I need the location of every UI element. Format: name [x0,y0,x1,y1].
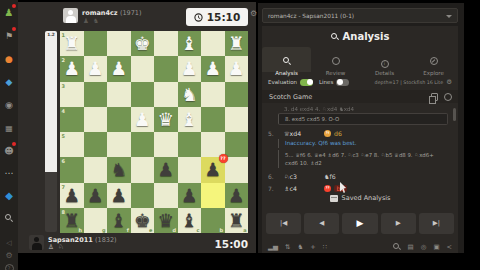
piece-white-pawn: ♟ [84,56,108,81]
tab-details[interactable]: iDetails [360,47,409,72]
piece-black-pawn: ♟ [107,183,131,208]
square-d3[interactable] [154,82,178,107]
sidebar-search-icon[interactable] [3,211,15,223]
top-clock-time: 15:10 [207,11,240,23]
piece-white-king: ♚ [131,31,155,56]
chevron-down-icon [446,15,452,18]
square-b7[interactable] [201,183,225,208]
sidebar-more-icon[interactable]: ⋯ [3,165,15,177]
flip-board-icon[interactable]: ⇅ [285,242,290,252]
piece-black-rook: ♜ [60,208,84,233]
white-move[interactable]: ♗c4 [284,185,324,192]
evaluation-label: Evaluation [268,79,297,85]
sidebar-social-icon-glyph: ☻ [4,145,13,157]
rank-label: 6 [62,158,65,164]
square-a5[interactable] [225,132,249,157]
share-icon[interactable]: < [447,242,452,252]
top-player-name[interactable]: roman4cz (1971) [82,9,142,17]
square-g1[interactable] [84,31,108,56]
saved-analysis-label: Saved Analysis [342,194,391,202]
panel-title: Analysis [262,31,458,42]
square-h5[interactable]: 5 [60,132,84,157]
bottom-player-clock: 15:00 [198,236,248,252]
square-a7[interactable]: ♟ [225,183,249,208]
square-e8[interactable]: e♚ [131,208,155,233]
square-c4[interactable]: ♝ [178,107,202,132]
piece-white-pawn: ♟ [107,56,131,81]
top-player-rating: (1971) [120,9,142,17]
game-select-dropdown[interactable]: roman4cz - Sapsan2011 (0-1) [262,8,458,23]
square-a6[interactable] [225,157,249,182]
square-h7[interactable]: 7♟ [60,183,84,208]
nav-first-button[interactable]: |◀ [266,213,301,234]
sidebar-puzzles-icon[interactable]: ● [3,51,15,63]
square-c6[interactable] [178,157,202,182]
move-number: 5. [268,130,284,137]
square-f3[interactable] [107,82,131,107]
save-icon[interactable]: ▣ [433,242,439,252]
tab-analysis[interactable]: Analysis [262,47,311,72]
square-c8[interactable]: c♝ [178,208,202,233]
panel-tabs: AnalysisReviewiDetailsExplore [262,47,458,72]
square-h8[interactable]: 8h♜ [60,208,84,233]
square-d5[interactable] [154,132,178,157]
sidebar-learn-icon-glyph: ◆ [6,76,13,88]
piece-black-pawn: ♟ [84,183,108,208]
square-b4[interactable] [201,107,225,132]
square-e6[interactable] [131,157,155,182]
sidebar-social-icon[interactable]: ☻ [3,143,15,155]
avatar-bottom-player[interactable] [29,235,44,250]
top-player-clock: 15:10 [186,8,248,26]
square-b8[interactable]: b [201,208,225,233]
white-move[interactable]: ♘c3 [284,173,324,180]
square-f6[interactable]: ♞ [107,157,131,182]
sidebar-watch-icon[interactable]: ◉ [3,97,15,109]
retry-icon[interactable] [444,93,452,101]
board-settings-gear-icon[interactable]: ⚙ [250,9,257,19]
square-f1[interactable] [107,31,131,56]
analysis-panel: roman4cz - Sapsan2011 (0-1) Analysis Ana… [258,3,464,253]
avatar-top-player[interactable] [63,8,78,23]
white-move[interactable]: ♕xd4 [284,130,324,137]
piece-white-pawn: ♟ [201,56,225,81]
piece-white-pawn: ♟ [131,107,155,132]
square-c5[interactable] [178,132,202,157]
more-options-icon[interactable]: ∷ [323,242,327,252]
square-d6[interactable]: ♟ [154,157,178,182]
copy-icon[interactable] [431,93,438,101]
piece-black-pawn: ♟ [154,157,178,182]
square-e7[interactable] [131,183,155,208]
move-navigation: |◀◀▶▶▶| [266,213,454,234]
nav-last-button[interactable]: ▶| [419,213,454,234]
clipped-move-row: 3. d4 exd4 4. ♘xd4 ♞xd4 [262,106,458,111]
move-list: 3. d4 exd4 4. ♘xd4 ♞xd48. exd5 cxd5 9. O… [262,106,458,192]
add-icon[interactable]: + [310,242,315,252]
sidebar-news-icon-glyph: ▦ [5,123,13,135]
eval-graph-icon[interactable]: ▂▅ [268,242,278,252]
setup-board-icon[interactable]: ♞ [297,242,303,252]
sidebar-news-icon[interactable]: ▦ [3,120,15,132]
engine-info: depth=17 | Stockfish 16 Lite [375,80,444,85]
blunder-badge: ?? [219,154,228,163]
tab-review[interactable]: Review [311,47,360,72]
piece-black-king: ♚ [131,208,155,233]
move-row: 5.♕xd4?!d6 [262,127,458,139]
square-a4[interactable] [225,107,249,132]
square-f5[interactable] [107,132,131,157]
square-g6[interactable] [84,157,108,182]
square-e5[interactable] [131,132,155,157]
square-e4[interactable]: ♟ [131,107,155,132]
panel-title-text: Analysis [343,31,390,42]
square-d1[interactable] [154,31,178,56]
saved-analysis-icon [330,195,338,202]
square-c7[interactable]: ♟ [178,183,202,208]
bottom-player-rating: (1832) [95,236,117,244]
square-g7[interactable]: ♟ [84,183,108,208]
tab-explore[interactable]: Explore [409,47,458,72]
notification-badge [12,27,16,31]
zoom-icon[interactable] [393,243,401,251]
square-f8[interactable]: f♝ [107,208,131,233]
sidebar-events-icon[interactable]: ⚑ [3,28,15,40]
movelist-scrollbar[interactable] [453,108,456,121]
sidebar-settings-icon[interactable]: ⚙ [3,247,15,259]
square-d4[interactable]: ♛ [154,107,178,132]
rank-label: 4 [62,108,65,114]
piece-white-queen: ♛ [154,107,178,132]
piece-black-queen: ♛ [154,208,178,233]
move-row: 7.♗c4??b6 [262,182,458,192]
square-c3[interactable]: ♞ [178,82,202,107]
move-row: 6.♘c3♞f6 [262,170,458,182]
square-h2[interactable]: 2♟ [60,56,84,81]
square-c1[interactable]: ♝ [178,31,202,56]
lines-label: Lines [319,79,333,85]
panel-toolbar: ▂▅⇅♞+∷ ▤◎▣< [268,241,452,252]
rank-label: 5 [62,133,65,139]
engine-variation[interactable]: 5... ♕f6 6. ♕e4 ♗d6 7. ♘c3 ♘e7 8. ♘b5 ♕d… [278,150,448,168]
collection-icon[interactable]: ▤ [408,242,414,252]
engine-comment: Inaccuracy. Qf6 was best. [278,139,458,148]
engine-controls: Evaluation Lines depth=17 | Stockfish 16… [268,76,452,88]
square-d8[interactable]: d♛ [154,208,178,233]
piece-black-bishop: ♝ [178,208,202,233]
square-h3[interactable]: 3 [60,82,84,107]
move-number: 7. [268,185,284,192]
sidebar-help-icon-glyph: ? [5,264,14,270]
evaluation-toggle[interactable] [300,79,313,86]
rank-label: 3 [62,83,65,89]
evaluation-bar-white [45,31,57,172]
lines-toggle[interactable] [336,79,349,86]
inaccuracy-icon: ?! [324,130,331,137]
sidebar-watch-icon-glyph: ◉ [5,99,13,111]
details-tab-icon: i [381,50,389,59]
file-label: b [219,227,223,233]
piece-black-rook: ♜ [225,208,249,233]
square-a8[interactable]: a♜ [225,208,249,233]
piece-white-pawn: ♟ [60,56,84,81]
square-d2[interactable] [154,56,178,81]
sidebar-learn-icon[interactable]: ◆ [3,74,15,86]
piece-black-knight: ♞ [107,157,131,182]
review-tab-icon [332,50,340,59]
square-h1[interactable]: 1♜ [60,31,84,56]
square-h6[interactable]: 6 [60,157,84,182]
nav-play-button[interactable]: ▶ [342,213,377,234]
square-g3[interactable] [84,82,108,107]
analysis-tab-icon [283,50,291,59]
square-e2[interactable] [131,56,155,81]
black-move[interactable]: d6 [334,130,342,137]
app-window: ♟⚑●◆◉▦☻⋯◆◁⚙? roman4cz (1971) ♟ ♞ 15:10 ⚙… [0,0,480,270]
notification-badge [12,142,16,146]
square-g2[interactable]: ♟ [84,56,108,81]
settings-circle-icon[interactable]: ◎ [421,242,427,252]
top-player-username: roman4cz [82,9,118,17]
opening-row[interactable]: Scotch Game [262,90,458,103]
bottom-player-captured-pieces: ♙ ♘ [48,243,65,251]
sidebar-premium-icon[interactable]: ◆ [3,188,15,200]
sidebar-volume-icon[interactable]: ◁ [3,234,15,246]
sidebar-events-icon-glyph: ⚑ [5,30,13,42]
chess-board[interactable]: 1♜♚♝♜2♟♟♟♟♟♟3♞4♟♛♝56♞♟♟??7♟♟♟♟♟8h♜gf♝e♚d… [60,31,248,233]
square-a1[interactable]: ♜ [225,31,249,56]
square-d7[interactable] [154,183,178,208]
square-b3[interactable] [201,82,225,107]
piece-white-rook: ♜ [225,31,249,56]
sidebar-help-icon[interactable]: ? [3,259,15,270]
blunder-icon: ?? [324,185,331,192]
square-e1[interactable]: ♚ [131,31,155,56]
square-f4[interactable] [107,107,131,132]
sidebar-play-icon[interactable]: ♟ [3,5,15,17]
square-a2[interactable]: ♟ [225,56,249,81]
saved-analysis-button[interactable]: Saved Analysis [262,194,458,202]
piece-white-bishop: ♝ [178,107,202,132]
piece-white-bishop: ♝ [178,31,202,56]
analysis-card: Analysis AnalysisReviewiDetailsExplore E… [262,26,458,253]
clock-icon [194,13,203,22]
engine-variation[interactable]: 8. exd5 cxd5 9. O-O [278,113,448,125]
sidebar-puzzles-icon-glyph: ● [5,53,13,65]
square-e3[interactable] [131,82,155,107]
sidebar-more-icon-glyph: ⋯ [5,167,14,179]
square-f2[interactable]: ♟ [107,56,131,81]
opening-name: Scotch Game [269,93,312,101]
square-h4[interactable]: 4 [60,107,84,132]
piece-white-pawn: ♟ [178,56,202,81]
sidebar-search-icon-glyph [5,214,13,222]
analysis-magnifier-icon [331,33,339,41]
piece-black-pawn: ♟ [60,183,84,208]
app-sidebar: ♟⚑●◆◉▦☻⋯◆◁⚙? [0,0,18,270]
square-b6[interactable]: ♟?? [201,157,225,182]
evaluation-value: 1.2 [45,32,57,37]
piece-white-pawn: ♟ [225,56,249,81]
square-f7[interactable]: ♟ [107,183,131,208]
engine-settings-gear-icon[interactable]: ⚙ [446,78,452,86]
square-b1[interactable] [201,31,225,56]
piece-black-bishop: ♝ [107,208,131,233]
nav-back-button[interactable]: ◀ [304,213,339,234]
top-player-captured-pieces: ♟ ♞ [83,17,100,25]
square-g5[interactable] [84,132,108,157]
notification-badge [12,4,16,8]
black-move[interactable]: ♞f6 [324,173,336,180]
game-select-label: roman4cz - Sapsan2011 (0-1) [268,9,354,23]
piece-black-pawn: ♟ [178,183,202,208]
square-g8[interactable]: g [84,208,108,233]
evaluation-bar: 1.2 [45,31,57,232]
piece-white-knight: ♞ [178,82,202,107]
piece-white-rook: ♜ [60,31,84,56]
file-label: g [102,227,106,233]
square-c2[interactable]: ♟ [178,56,202,81]
piece-black-pawn: ♟ [225,183,249,208]
square-b2[interactable]: ♟ [201,56,225,81]
sidebar-premium-icon-glyph: ◆ [5,190,13,202]
square-a3[interactable] [225,82,249,107]
nav-forward-button[interactable]: ▶ [381,213,416,234]
move-number: 6. [268,173,284,180]
sidebar-play-icon-glyph: ♟ [5,7,14,19]
explore-tab-icon [430,50,438,59]
square-g4[interactable] [84,107,108,132]
